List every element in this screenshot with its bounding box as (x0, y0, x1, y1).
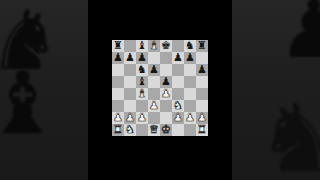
square-h4 (196, 88, 208, 100)
black-rook-icon: ♜ (197, 40, 207, 52)
white-bishop-icon: ♝ (137, 88, 147, 100)
square-b7: ♟ (124, 52, 136, 64)
white-rook-icon: ♜ (197, 124, 207, 136)
square-c2: ♟ (136, 112, 148, 124)
square-f5 (172, 76, 184, 88)
black-pawn-icon: ♟ (113, 52, 123, 64)
white-pawn-icon: ♟ (137, 112, 147, 124)
square-e1: ♚ (160, 124, 172, 136)
square-d1: ♛ (148, 124, 160, 136)
square-g6 (184, 64, 196, 76)
square-d8: ♝ (148, 40, 160, 52)
black-pawn-icon: ♟ (185, 52, 195, 64)
square-e7 (160, 52, 172, 64)
square-f1 (172, 124, 184, 136)
square-g2: ♟ (184, 112, 196, 124)
square-e3 (160, 100, 172, 112)
square-f2: ♟ (172, 112, 184, 124)
square-e4: ♟ (160, 88, 172, 100)
backdrop-bishop-icon: ♝ (0, 60, 61, 146)
square-c4: ♝ (136, 88, 148, 100)
black-king-icon: ♚ (161, 40, 171, 52)
square-b6 (124, 64, 136, 76)
square-g1 (184, 124, 196, 136)
square-d3: ♟ (148, 100, 160, 112)
square-e8: ♚ (160, 40, 172, 52)
square-b4 (124, 88, 136, 100)
square-f7: ♟ (172, 52, 184, 64)
square-g7: ♟ (184, 52, 196, 64)
white-pawn-icon: ♟ (161, 88, 171, 100)
square-h8: ♜ (196, 40, 208, 52)
square-c1 (136, 124, 148, 136)
white-king-icon: ♚ (161, 124, 171, 136)
square-a5 (112, 76, 124, 88)
square-a1: ♜ (112, 124, 124, 136)
square-h5 (196, 76, 208, 88)
video-frame: ♞ ♝ ♟ ♞ ♜♝♝♚♞♜♟♟♟♟♟♞♟♟♝♟♝♟♟♞♟♟♟♟♟♟♜♞♛♚♜ (0, 0, 320, 180)
white-knight-icon: ♞ (125, 124, 135, 136)
square-d6: ♟ (148, 64, 160, 76)
white-bishop-icon: ♝ (149, 40, 159, 52)
square-g5 (184, 76, 196, 88)
white-rook-icon: ♜ (113, 124, 123, 136)
square-b1: ♞ (124, 124, 136, 136)
square-g4 (184, 88, 196, 100)
white-queen-icon: ♛ (149, 124, 159, 136)
white-pawn-icon: ♟ (185, 112, 195, 124)
black-pawn-icon: ♟ (173, 52, 183, 64)
square-d5 (148, 76, 160, 88)
backdrop-pawn-icon: ♟ (278, 0, 320, 70)
black-pawn-icon: ♟ (125, 52, 135, 64)
white-pawn-icon: ♟ (149, 100, 159, 112)
square-f6 (172, 64, 184, 76)
square-h1: ♜ (196, 124, 208, 136)
black-pawn-icon: ♟ (197, 64, 207, 76)
black-pawn-icon: ♟ (149, 64, 159, 76)
backdrop-knight-icon: ♞ (256, 92, 320, 180)
chess-board: ♜♝♝♚♞♜♟♟♟♟♟♞♟♟♝♟♝♟♟♞♟♟♟♟♟♟♜♞♛♚♜ (112, 40, 208, 136)
square-h6: ♟ (196, 64, 208, 76)
square-a7: ♟ (112, 52, 124, 64)
square-a6 (112, 64, 124, 76)
square-b5 (124, 76, 136, 88)
white-pawn-icon: ♟ (173, 112, 183, 124)
square-a4 (112, 88, 124, 100)
